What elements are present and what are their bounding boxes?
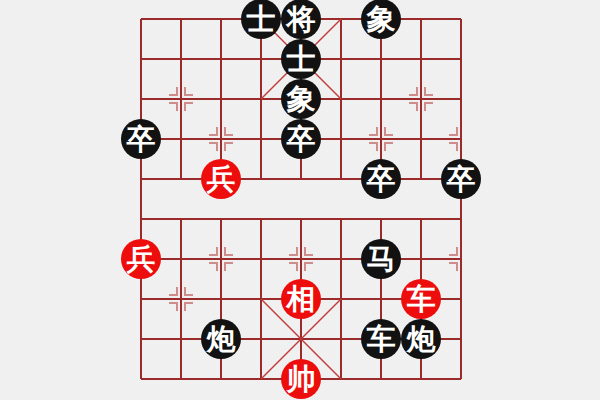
piece-black-advisor[interactable]: 士 — [281, 39, 321, 79]
piece-red-elephant[interactable]: 相 — [281, 279, 321, 319]
piece-black-soldier[interactable]: 卒 — [281, 119, 321, 159]
piece-black-elephant[interactable]: 象 — [361, 0, 401, 39]
piece-black-soldier[interactable]: 卒 — [121, 119, 161, 159]
piece-black-chariot[interactable]: 车 — [361, 319, 401, 359]
piece-black-horse[interactable]: 马 — [361, 239, 401, 279]
piece-black-soldier[interactable]: 卒 — [361, 159, 401, 199]
xiangqi-board: 士将象士象卒卒兵卒卒兵马相车炮车炮帅 — [121, 0, 481, 399]
piece-black-cannon[interactable]: 炮 — [401, 319, 441, 359]
piece-black-advisor[interactable]: 士 — [241, 0, 281, 39]
piece-black-soldier[interactable]: 卒 — [441, 159, 481, 199]
piece-red-chariot[interactable]: 车 — [401, 279, 441, 319]
piece-black-general[interactable]: 将 — [281, 0, 321, 39]
piece-black-cannon[interactable]: 炮 — [201, 319, 241, 359]
piece-red-soldier[interactable]: 兵 — [201, 159, 241, 199]
piece-red-general[interactable]: 帅 — [281, 359, 321, 399]
piece-black-elephant[interactable]: 象 — [281, 79, 321, 119]
piece-red-soldier[interactable]: 兵 — [121, 239, 161, 279]
app-canvas: 士将象士象卒卒兵卒卒兵马相车炮车炮帅 — [0, 0, 600, 400]
